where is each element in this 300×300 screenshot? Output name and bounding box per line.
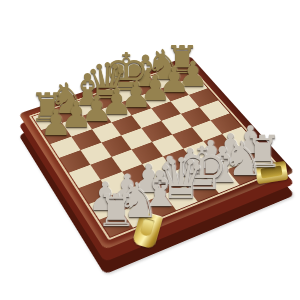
chess-set-photo: ♜♞♝♛♚♝♞♜♟♟♟♟♟♟♟♟♟♟♟♟♟♟♟♟♜♞♝♛♚♝♞♜ (0, 0, 300, 300)
